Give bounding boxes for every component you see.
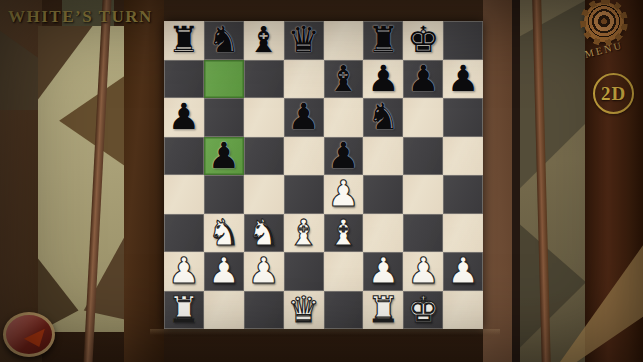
piece-white-pawn: ♟	[208, 252, 240, 291]
square-g4[interactable]	[403, 175, 443, 214]
square-h2[interactable]: ♟	[443, 252, 483, 291]
square-f4[interactable]	[363, 175, 403, 214]
square-c3[interactable]: ♞	[244, 214, 284, 253]
menu-button[interactable]: MENU	[580, 0, 628, 60]
right-suede-strip	[483, 0, 514, 362]
square-c8[interactable]: ♝	[244, 21, 284, 60]
square-f5[interactable]	[363, 137, 403, 176]
square-b3[interactable]: ♞	[204, 214, 244, 253]
left-marquetry-panel	[38, 26, 126, 332]
square-d6[interactable]: ♟	[284, 98, 324, 137]
piece-white-bishop: ♝	[287, 214, 319, 253]
square-a5[interactable]	[164, 137, 204, 176]
square-b8[interactable]: ♞	[204, 21, 244, 60]
square-c6[interactable]	[244, 98, 284, 137]
piece-black-queen: ♛	[287, 21, 319, 60]
square-c7[interactable]	[244, 60, 284, 99]
square-g7[interactable]: ♟	[403, 60, 443, 99]
square-f6[interactable]: ♞	[363, 98, 403, 137]
square-h3[interactable]	[443, 214, 483, 253]
piece-black-bishop: ♝	[248, 21, 280, 60]
square-b1[interactable]	[204, 291, 244, 330]
square-c1[interactable]	[244, 291, 284, 330]
square-c4[interactable]	[244, 175, 284, 214]
view-2d-label: 2D	[601, 83, 626, 105]
square-c2[interactable]: ♟	[244, 252, 284, 291]
left-burl-strip	[124, 0, 164, 362]
piece-black-pawn: ♟	[287, 98, 319, 137]
square-h8[interactable]	[443, 21, 483, 60]
square-a4[interactable]	[164, 175, 204, 214]
square-g1[interactable]: ♚	[403, 291, 443, 330]
piece-white-queen: ♛	[287, 291, 319, 330]
square-c5[interactable]	[244, 137, 284, 176]
board-edge-highlight	[150, 329, 500, 335]
piece-white-knight: ♞	[208, 214, 240, 253]
piece-black-knight: ♞	[367, 98, 399, 137]
right-marquetry-panel	[520, 0, 586, 362]
chess-board: ♜♞♝♛♜♚♝♟♟♟♟♟♞♟♟♟♞♞♝♝♟♟♟♟♟♟♜♛♜♚	[164, 21, 483, 329]
square-e8[interactable]	[324, 21, 364, 60]
back-arrow-icon	[22, 326, 46, 348]
square-b7[interactable]	[204, 60, 244, 99]
square-b2[interactable]: ♟	[204, 252, 244, 291]
piece-white-pawn: ♟	[327, 175, 359, 214]
square-a2[interactable]: ♟	[164, 252, 204, 291]
piece-white-pawn: ♟	[447, 252, 479, 291]
piece-white-pawn: ♟	[168, 252, 200, 291]
right-dark-gap	[512, 0, 520, 362]
square-f1[interactable]: ♜	[363, 291, 403, 330]
piece-white-rook: ♜	[168, 291, 200, 330]
square-d1[interactable]: ♛	[284, 291, 324, 330]
square-d2[interactable]	[284, 252, 324, 291]
piece-white-knight: ♞	[248, 214, 280, 253]
gear-icon	[584, 2, 624, 42]
square-h6[interactable]	[443, 98, 483, 137]
piece-white-bishop: ♝	[327, 214, 359, 253]
piece-white-rook: ♜	[367, 291, 399, 330]
square-a6[interactable]: ♟	[164, 98, 204, 137]
square-e7[interactable]: ♝	[324, 60, 364, 99]
square-e5[interactable]: ♟	[324, 137, 364, 176]
piece-black-pawn: ♟	[407, 60, 439, 99]
square-h7[interactable]: ♟	[443, 60, 483, 99]
square-d3[interactable]: ♝	[284, 214, 324, 253]
square-e6[interactable]	[324, 98, 364, 137]
piece-white-pawn: ♟	[407, 252, 439, 291]
square-h5[interactable]	[443, 137, 483, 176]
square-f7[interactable]: ♟	[363, 60, 403, 99]
piece-black-pawn: ♟	[168, 98, 200, 137]
back-button[interactable]	[3, 312, 55, 357]
piece-white-pawn: ♟	[367, 252, 399, 291]
square-b6[interactable]	[204, 98, 244, 137]
piece-white-pawn: ♟	[248, 252, 280, 291]
square-f3[interactable]	[363, 214, 403, 253]
square-e3[interactable]: ♝	[324, 214, 364, 253]
piece-black-king: ♚	[407, 21, 439, 60]
piece-black-rook: ♜	[168, 21, 200, 60]
square-e2[interactable]	[324, 252, 364, 291]
piece-black-pawn: ♟	[447, 60, 479, 99]
piece-black-pawn: ♟	[208, 137, 240, 176]
square-g2[interactable]: ♟	[403, 252, 443, 291]
piece-black-pawn: ♟	[367, 60, 399, 99]
square-d5[interactable]	[284, 137, 324, 176]
square-b5[interactable]: ♟	[204, 137, 244, 176]
square-g6[interactable]	[403, 98, 443, 137]
square-g3[interactable]	[403, 214, 443, 253]
square-e4[interactable]: ♟	[324, 175, 364, 214]
piece-white-king: ♚	[407, 291, 439, 330]
square-b4[interactable]	[204, 175, 244, 214]
square-d4[interactable]	[284, 175, 324, 214]
square-a7[interactable]	[164, 60, 204, 99]
square-d7[interactable]	[284, 60, 324, 99]
view-2d-toggle-button[interactable]: 2D	[593, 73, 634, 114]
turn-indicator: WHITE’S TURN	[8, 7, 153, 27]
piece-black-rook: ♜	[367, 21, 399, 60]
square-g8[interactable]: ♚	[403, 21, 443, 60]
square-a1[interactable]: ♜	[164, 291, 204, 330]
piece-black-bishop: ♝	[327, 60, 359, 99]
square-a8[interactable]: ♜	[164, 21, 204, 60]
square-h1[interactable]	[443, 291, 483, 330]
piece-black-pawn: ♟	[327, 137, 359, 176]
square-f2[interactable]: ♟	[363, 252, 403, 291]
square-h4[interactable]	[443, 175, 483, 214]
square-d8[interactable]: ♛	[284, 21, 324, 60]
square-a3[interactable]	[164, 214, 204, 253]
square-f8[interactable]: ♜	[363, 21, 403, 60]
square-e1[interactable]	[324, 291, 364, 330]
square-g5[interactable]	[403, 137, 443, 176]
piece-black-knight: ♞	[208, 21, 240, 60]
